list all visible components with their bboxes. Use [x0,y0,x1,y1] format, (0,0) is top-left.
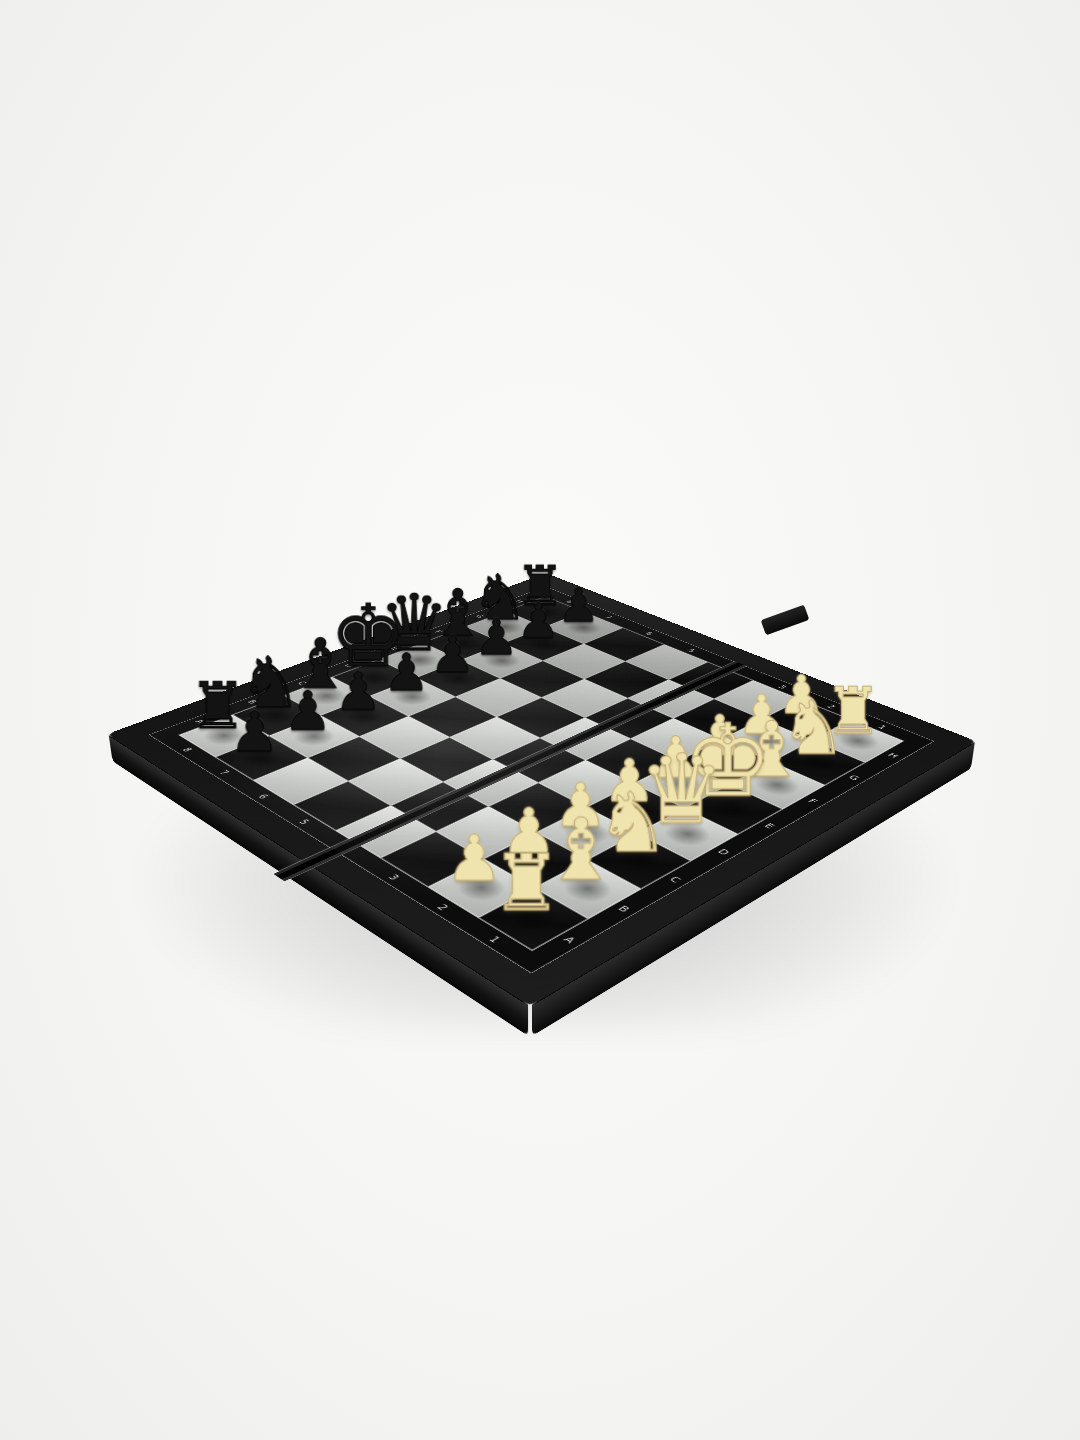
file-label-H-near: H [886,752,900,759]
pawn-glyph: ♟ [183,705,327,760]
file-label-F-near: F [807,798,820,805]
file-label-E-near: E [763,822,777,829]
file-label-B-near: B [616,904,632,913]
file-label-A-near: A [562,935,578,944]
rook-glyph: ♜ [441,844,611,922]
rank-label-5-near: 5 [298,818,312,825]
file-label-C-near: C [668,875,683,883]
rank-label-6-far: 6 [644,631,655,636]
rank-label-1-near: 1 [487,934,503,943]
file-label-G-near: G [847,774,861,781]
product-photo-stage: 11AA22BB33CC44DD55EE66FF77GG88HH ♜♜♞♞♟♟♝… [0,0,1080,1440]
file-label-D-near: D [716,848,731,856]
hinge-knuckle-right [761,605,810,636]
rank-label-6-near: 6 [257,793,271,800]
rank-label-5-far: 5 [686,648,697,653]
rank-label-7-near: 7 [218,769,232,775]
